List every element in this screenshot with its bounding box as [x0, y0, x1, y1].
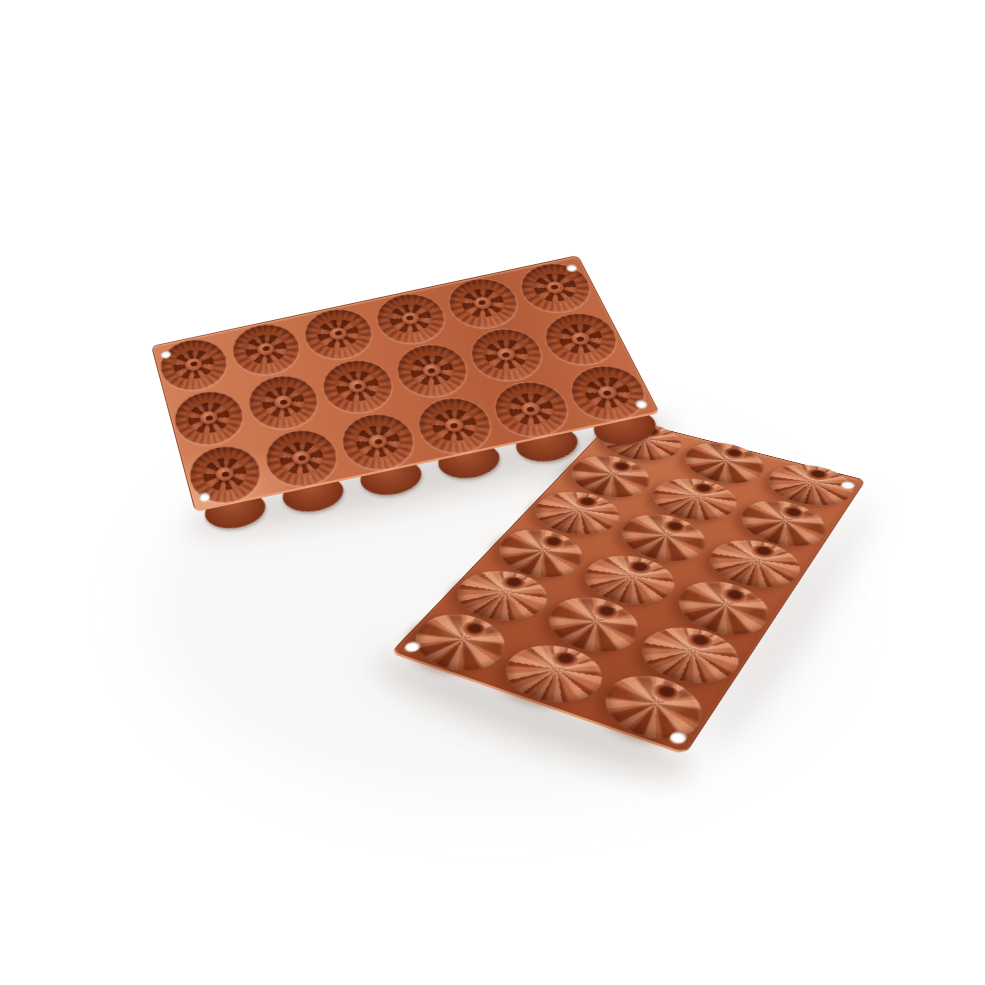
cavity-center-hole: [297, 455, 306, 462]
cavity-center-hole: [205, 414, 213, 420]
cavity-center-hole: [602, 390, 612, 396]
cavity-center-hole: [526, 406, 536, 412]
cavity-center-hole: [190, 361, 198, 367]
dome-top-hole: [719, 446, 748, 461]
dome-top-hole: [607, 459, 636, 475]
cavity-center-hole: [279, 399, 288, 405]
cavity-center-hole: [334, 330, 343, 336]
cavity-center-hole: [406, 315, 415, 321]
dome-top-hole: [623, 559, 655, 577]
dome-top-hole: [548, 649, 583, 670]
cavity-center-hole: [262, 346, 270, 352]
cavity-center-hole: [478, 300, 487, 306]
dome-top-hole: [747, 543, 778, 560]
dome-top-hole: [682, 631, 716, 651]
cavity-center-hole: [353, 383, 362, 389]
dome-top-hole: [718, 586, 751, 606]
dome-top-hole: [537, 533, 568, 551]
dome-top-hole: [589, 602, 622, 623]
cavity-center-hole: [550, 284, 559, 290]
dome-top-hole: [803, 468, 832, 483]
cavity-center-hole: [501, 351, 510, 357]
dome-top-hole: [778, 504, 808, 521]
cavity-center-hole: [427, 367, 436, 373]
cavity-center-hole: [575, 336, 584, 342]
dome-top-hole: [571, 495, 601, 511]
cavity-center-hole: [221, 471, 230, 478]
dome-top-hole: [648, 681, 683, 705]
product-photo: [0, 0, 985, 985]
dome-top-hole: [497, 574, 530, 592]
dome-top-hole: [457, 619, 491, 640]
dome-top-hole: [659, 518, 690, 536]
cavity-center-hole: [450, 422, 459, 429]
dome-top-hole: [688, 481, 718, 496]
cavity-center-hole: [373, 438, 382, 445]
